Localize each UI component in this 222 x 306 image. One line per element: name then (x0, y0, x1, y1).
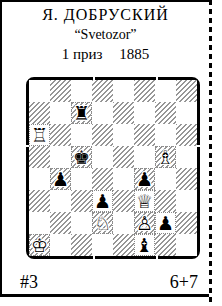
square-e1[interactable] (113, 234, 134, 256)
square-g2[interactable]: ♟ (155, 212, 176, 234)
square-e4[interactable] (113, 168, 134, 190)
square-d6[interactable] (92, 124, 113, 146)
square-g7[interactable] (155, 102, 176, 124)
award-line: 1 приз 1885 (2, 46, 209, 63)
year-label: 1885 (119, 46, 149, 63)
white-pawn-piece: ♙ (136, 213, 153, 233)
square-h8[interactable] (176, 80, 197, 102)
square-a6[interactable]: ♖ (29, 124, 50, 146)
square-c1[interactable] (71, 234, 92, 256)
square-h6[interactable] (176, 124, 197, 146)
chess-board: ♜♖♚♗♟♟♟♕♘♙♟♔♝ (26, 77, 200, 259)
square-a3[interactable] (29, 190, 50, 212)
scanline-nick (156, 256, 158, 259)
square-f5[interactable] (134, 146, 155, 168)
square-d7[interactable] (92, 102, 113, 124)
square-e5[interactable] (113, 146, 134, 168)
square-a5[interactable] (29, 146, 50, 168)
square-h3[interactable] (176, 190, 197, 212)
material-count: 6+7 (170, 272, 198, 293)
black-king-piece: ♚ (73, 147, 90, 167)
square-d4[interactable] (92, 168, 113, 190)
square-h1[interactable] (176, 234, 197, 256)
scanline-nick (93, 77, 95, 80)
clip-border-right-dashed (209, 0, 212, 306)
square-b8[interactable] (50, 80, 71, 102)
square-f6[interactable] (134, 124, 155, 146)
award-label: 1 приз (62, 46, 103, 63)
square-h2[interactable] (176, 212, 197, 234)
square-c5[interactable]: ♚ (71, 146, 92, 168)
square-e2[interactable] (113, 212, 134, 234)
scanline-nick (197, 145, 200, 147)
square-d2[interactable]: ♘ (92, 212, 113, 234)
square-h5[interactable] (176, 146, 197, 168)
square-a2[interactable] (29, 212, 50, 234)
black-bishop-piece: ♝ (136, 235, 153, 255)
square-f3[interactable]: ♕ (134, 190, 155, 212)
problem-card: Я. ДОБРУСКИЙ “Svetozor” 1 приз 1885 (2, 0, 209, 63)
square-c3[interactable] (71, 190, 92, 212)
black-pawn-piece: ♟ (52, 169, 69, 189)
composer-name: Я. ДОБРУСКИЙ (2, 6, 209, 24)
square-e6[interactable] (113, 124, 134, 146)
square-b3[interactable] (50, 190, 71, 212)
white-rook-piece: ♖ (31, 125, 48, 145)
square-c6[interactable] (71, 124, 92, 146)
square-g8[interactable] (155, 80, 176, 102)
black-rook-piece: ♜ (73, 103, 90, 123)
square-a8[interactable] (29, 80, 50, 102)
square-b4[interactable]: ♟ (50, 168, 71, 190)
square-d5[interactable] (92, 146, 113, 168)
square-a1[interactable]: ♔ (29, 234, 50, 256)
square-b1[interactable] (50, 234, 71, 256)
black-pawn-piece: ♟ (136, 169, 153, 189)
white-king-piece: ♔ (31, 235, 48, 255)
square-f8[interactable] (134, 80, 155, 102)
square-g4[interactable] (155, 168, 176, 190)
square-g3[interactable] (155, 190, 176, 212)
square-a4[interactable] (29, 168, 50, 190)
square-g1[interactable] (155, 234, 176, 256)
square-f2[interactable]: ♙ (134, 212, 155, 234)
square-f1[interactable]: ♝ (134, 234, 155, 256)
scanline-nick (26, 145, 29, 147)
scanline-nick (93, 256, 95, 259)
square-e3[interactable] (113, 190, 134, 212)
square-a7[interactable] (29, 102, 50, 124)
square-c7[interactable]: ♜ (71, 102, 92, 124)
square-e7[interactable] (113, 102, 134, 124)
white-bishop-piece: ♗ (157, 147, 174, 167)
square-f4[interactable]: ♟ (134, 168, 155, 190)
square-h4[interactable] (176, 168, 197, 190)
stipulation-mate-in-3: #3 (20, 272, 38, 293)
square-b2[interactable] (50, 212, 71, 234)
square-f7[interactable] (134, 102, 155, 124)
white-knight-piece: ♘ (94, 213, 111, 233)
square-h7[interactable] (176, 102, 197, 124)
square-b6[interactable] (50, 124, 71, 146)
square-e8[interactable] (113, 80, 134, 102)
clip-border-bottom (0, 294, 209, 297)
black-pawn-piece: ♟ (94, 191, 111, 211)
scanline-nick (156, 77, 158, 80)
source-title: “Svetozor” (2, 27, 209, 43)
black-pawn-piece: ♟ (157, 213, 174, 233)
square-b5[interactable] (50, 146, 71, 168)
square-g6[interactable] (155, 124, 176, 146)
square-b7[interactable] (50, 102, 71, 124)
white-queen-piece: ♕ (136, 191, 153, 211)
square-c2[interactable] (71, 212, 92, 234)
square-d8[interactable] (92, 80, 113, 102)
square-d3[interactable]: ♟ (92, 190, 113, 212)
square-c8[interactable] (71, 80, 92, 102)
square-c4[interactable] (71, 168, 92, 190)
square-g5[interactable]: ♗ (155, 146, 176, 168)
square-d1[interactable] (92, 234, 113, 256)
